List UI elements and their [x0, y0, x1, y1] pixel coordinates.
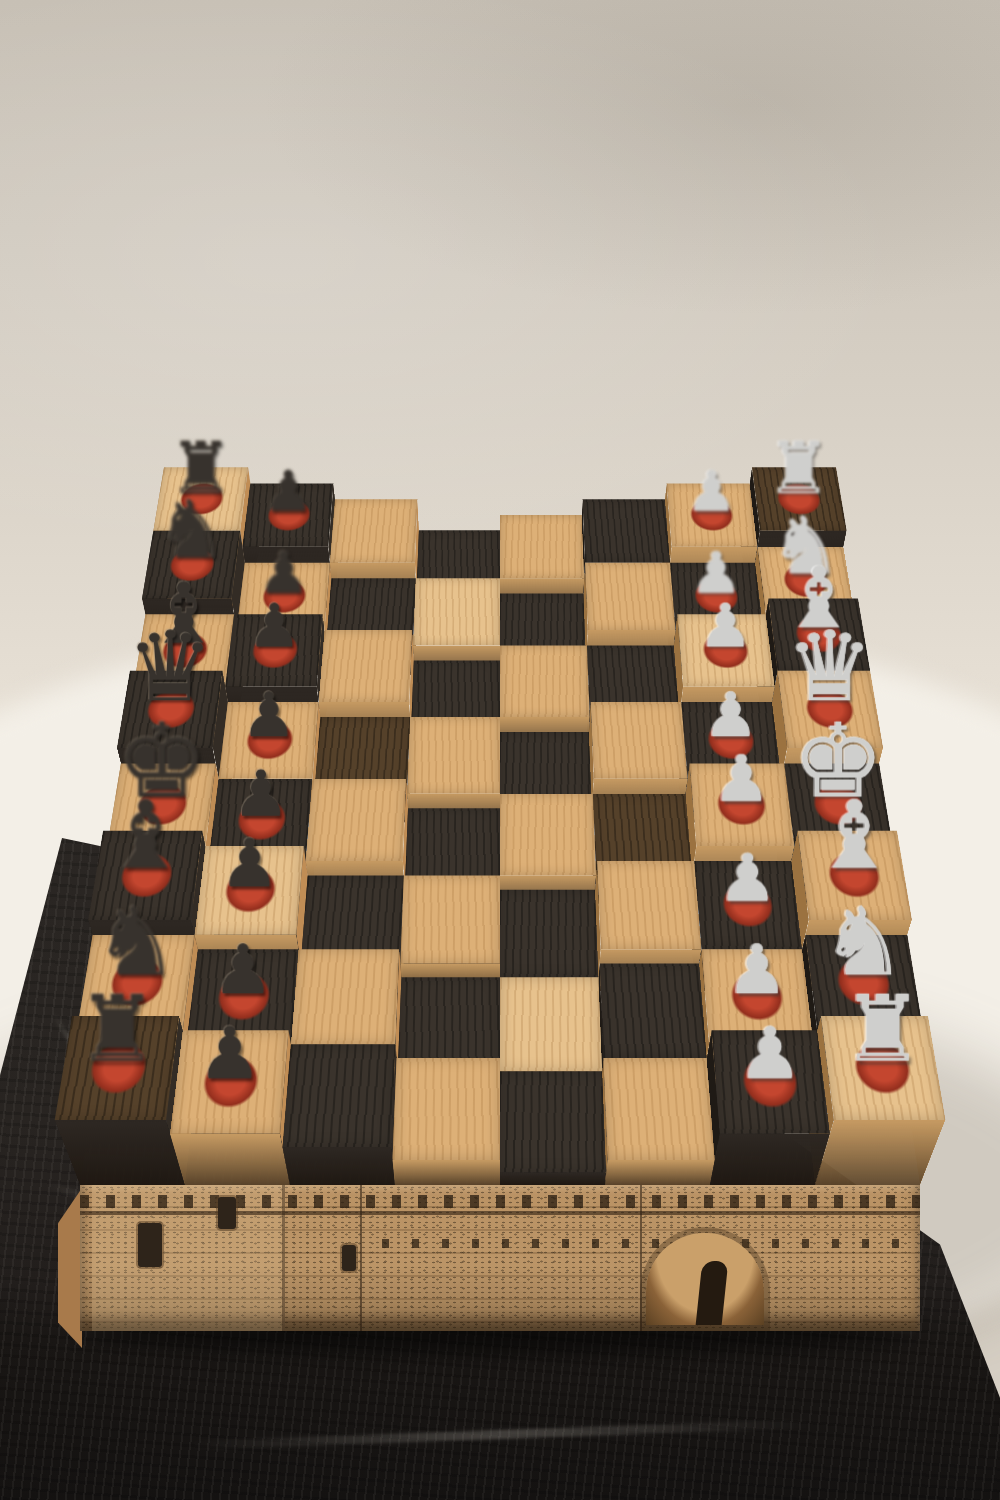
piece-black-rook-h8[interactable]: ♜ — [63, 986, 172, 1073]
block-top-b3 — [585, 563, 676, 630]
piece-white-knight-g1[interactable]: ♞ — [812, 897, 916, 987]
block-top-e2: ♟ — [690, 763, 795, 846]
block-top-a4 — [500, 515, 584, 578]
piece-white-rook-a1[interactable]: ♜ — [756, 434, 841, 502]
block-top-g4 — [500, 977, 602, 1071]
block-top-f3 — [597, 861, 701, 949]
block-top-b5 — [413, 578, 500, 645]
block-top-g6 — [291, 949, 399, 1044]
piece-white-pawn-h2[interactable]: ♟ — [716, 1019, 824, 1087]
block-front-face-h2 — [710, 1134, 830, 1185]
block-front-face-h7 — [170, 1134, 290, 1185]
block-top-c7: ♟ — [225, 614, 323, 686]
piece-white-pawn-d2[interactable]: ♟ — [685, 686, 777, 745]
piece-white-pawn-c2[interactable]: ♟ — [681, 597, 771, 654]
piece-black-pawn-a7[interactable]: ♟ — [246, 465, 331, 519]
square-h4[interactable] — [500, 1084, 605, 1185]
piece-black-knight-b8[interactable]: ♞ — [147, 492, 235, 569]
block-top-d3 — [591, 702, 688, 779]
piece-black-pawn-c7[interactable]: ♟ — [229, 597, 319, 654]
block-top-c4 — [500, 645, 590, 717]
block-top-h8: ♜ — [55, 1016, 179, 1120]
piece-black-pawn-h7[interactable]: ♟ — [176, 1019, 284, 1087]
piece-black-pawn-e7[interactable]: ♟ — [213, 764, 309, 825]
block-front-face-h3 — [605, 1160, 715, 1185]
square-h7[interactable]: ♟ — [185, 1084, 298, 1185]
block-top-c2: ♟ — [677, 614, 775, 686]
block-top-f4 — [500, 890, 599, 977]
block-top-f7: ♟ — [195, 846, 304, 935]
block-front-face-h4 — [500, 1173, 606, 1185]
piece-black-knight-g8[interactable]: ♞ — [84, 897, 188, 987]
block-top-a7: ♟ — [242, 483, 333, 546]
block-top-h2: ♟ — [711, 1030, 830, 1133]
block-top-e6 — [306, 779, 406, 861]
square-h5[interactable] — [395, 1084, 500, 1185]
block-front-face-h1 — [815, 1120, 945, 1185]
block-top-h5 — [393, 1058, 500, 1160]
block-top-g3 — [600, 963, 707, 1058]
block-top-c6 — [319, 630, 413, 702]
square-g4[interactable] — [500, 991, 601, 1084]
block-top-d5 — [407, 717, 500, 794]
piece-black-pawn-f7[interactable]: ♟ — [199, 832, 299, 895]
block-front-face-h6 — [283, 1147, 395, 1185]
piece-black-pawn-g7[interactable]: ♟ — [192, 937, 295, 1002]
square-h2[interactable]: ♟ — [702, 1084, 815, 1185]
chessboard-3d: ♜♟♟♜♞♟♟♞♝♟♟♝♛♟♟♛♚♟♟♚♝♟♟♝♞♟♟♞♜♟♟♜ — [80, 545, 920, 1185]
block-top-h6 — [283, 1044, 396, 1147]
piece-black-pawn-d7[interactable]: ♟ — [223, 686, 315, 745]
scene: ♜♟♟♜♞♟♟♞♝♟♟♝♛♟♟♛♚♟♟♚♝♟♟♝♞♟♟♞♜♟♟♜ — [0, 0, 1000, 1500]
piece-white-pawn-g2[interactable]: ♟ — [706, 937, 809, 1002]
piece-black-bishop-f8[interactable]: ♝ — [95, 790, 196, 880]
block-top-f5 — [400, 876, 500, 964]
block-front-face-h8 — [55, 1120, 185, 1185]
square-h6[interactable] — [290, 1084, 399, 1185]
block-top-h7: ♟ — [170, 1030, 289, 1133]
photo-canvas: ♜♟♟♜♞♟♟♞♝♟♟♝♛♟♟♛♚♟♟♚♝♟♟♝♞♟♟♞♜♟♟♜ — [0, 0, 1000, 1500]
block-top-a6 — [330, 499, 418, 562]
block-front-face-h5 — [393, 1160, 500, 1185]
piece-white-pawn-e2[interactable]: ♟ — [693, 748, 790, 809]
block-top-h3 — [603, 1058, 715, 1160]
piece-white-pawn-a2[interactable]: ♟ — [669, 465, 754, 519]
block-top-a3 — [582, 499, 670, 562]
block-top-a2: ♟ — [666, 483, 757, 546]
piece-white-rook-h1[interactable]: ♜ — [828, 986, 937, 1073]
piece-white-pawn-f2[interactable]: ♟ — [698, 847, 797, 910]
piece-white-bishop-f1[interactable]: ♝ — [804, 790, 905, 880]
block-top-h4 — [500, 1071, 606, 1172]
block-top-e4 — [500, 794, 596, 876]
block-top-h1: ♜ — [821, 1016, 945, 1120]
square-h3[interactable] — [601, 1084, 710, 1185]
